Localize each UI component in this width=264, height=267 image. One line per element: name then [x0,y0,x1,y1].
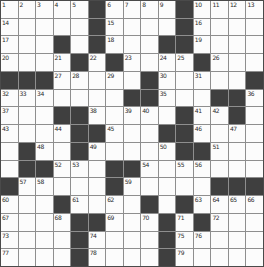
clue-number: 33 [20,90,27,98]
clue-number: 45 [107,125,114,133]
grid-cell[interactable]: 51 [211,143,228,160]
grid-cell[interactable] [159,196,176,213]
grid-cell[interactable] [89,178,106,195]
clue-number: 3 [37,1,40,9]
clue-number: 27 [55,72,62,80]
black-cell [71,143,88,160]
grid-cell[interactable]: 55 [176,161,193,178]
grid-cell[interactable] [124,232,141,249]
grid-cell[interactable]: 47 [229,125,246,142]
black-cell [194,214,211,231]
grid-cell[interactable]: 75 [176,232,193,249]
grid-cell[interactable] [54,19,71,36]
grid-cell[interactable] [106,107,123,124]
grid-cell[interactable] [36,19,53,36]
grid-cell[interactable] [19,19,36,36]
clue-number: 58 [37,178,44,186]
clue-number: 60 [2,196,9,204]
grid-cell[interactable]: 78 [89,249,106,266]
black-cell [194,54,211,71]
clue-number: 41 [195,107,202,115]
clue-number: 69 [107,214,114,222]
grid-cell[interactable]: 16 [194,19,211,36]
grid-cell[interactable]: 60 [1,196,18,213]
black-cell [246,72,263,89]
clue-number: 5 [72,1,75,9]
grid-cell[interactable] [246,161,263,178]
clue-number: 55 [177,161,184,169]
grid-cell[interactable]: 7 [124,1,141,18]
grid-cell[interactable] [36,54,53,71]
grid-cell[interactable] [211,125,228,142]
grid-cell[interactable] [54,232,71,249]
black-cell [71,107,88,124]
grid-cell[interactable] [36,36,53,53]
black-cell [229,107,246,124]
grid-cell[interactable]: 11 [211,1,228,18]
clue-number: 8 [142,1,145,9]
grid-cell[interactable]: 50 [159,143,176,160]
grid-cell[interactable]: 57 [19,178,36,195]
grid-cell[interactable]: 77 [1,249,18,266]
black-cell [54,196,71,213]
grid-cell[interactable]: 72 [211,214,228,231]
grid-cell[interactable]: 61 [71,196,88,213]
clue-number: 25 [177,54,184,62]
grid-cell[interactable] [246,19,263,36]
clue-number: 66 [247,196,254,204]
black-cell [176,36,193,53]
black-cell [54,107,71,124]
grid-cell[interactable]: 73 [1,232,18,249]
grid-cell[interactable] [124,214,141,231]
clue-number: 38 [90,107,97,115]
grid-cell[interactable]: 62 [106,196,123,213]
grid-cell[interactable] [229,143,246,160]
clue-number: 17 [2,36,9,44]
grid-cell[interactable] [124,36,141,53]
grid-cell[interactable] [211,232,228,249]
black-cell [176,143,193,160]
grid-cell[interactable]: 18 [106,36,123,53]
clue-number: 64 [212,196,219,204]
grid-cell[interactable]: 13 [246,1,263,18]
grid-cell[interactable] [211,161,228,178]
clue-number: 72 [212,214,219,222]
grid-cell[interactable] [159,107,176,124]
grid-cell[interactable] [229,232,246,249]
grid-cell[interactable] [19,249,36,266]
clue-number: 2 [20,1,23,9]
black-cell [36,72,53,89]
grid-cell[interactable] [159,178,176,195]
grid-cell[interactable]: 43 [1,125,18,142]
clue-number: 73 [2,232,9,240]
grid-cell[interactable]: 6 [106,1,123,18]
grid-cell[interactable] [246,143,263,160]
black-cell [71,249,88,266]
grid-cell[interactable]: 63 [194,196,211,213]
grid-cell[interactable]: 56 [194,161,211,178]
grid-cell[interactable] [19,196,36,213]
clue-number: 74 [90,232,97,240]
clue-number: 62 [107,196,114,204]
grid-cell[interactable]: 53 [71,161,88,178]
clue-number: 54 [142,161,149,169]
grid-cell[interactable]: 14 [1,19,18,36]
grid-cell[interactable]: 19 [194,36,211,53]
black-cell [89,36,106,53]
clue-number: 24 [160,54,167,62]
clue-number: 23 [125,54,132,62]
grid-cell[interactable] [229,214,246,231]
grid-cell[interactable] [1,161,18,178]
black-cell [106,54,123,71]
grid-cell[interactable] [36,107,53,124]
clue-number: 7 [125,1,128,9]
crossword-grid: 1234567891011121314151617181920212223242… [0,0,264,267]
grid-cell[interactable]: 34 [36,90,53,107]
grid-cell[interactable] [176,72,193,89]
clue-number: 22 [90,54,97,62]
grid-cell[interactable] [71,178,88,195]
grid-cell[interactable] [54,143,71,160]
grid-cell[interactable] [19,232,36,249]
clue-number: 4 [55,1,58,9]
black-cell [159,214,176,231]
grid-cell[interactable]: 65 [229,196,246,213]
grid-cell[interactable]: 40 [141,107,158,124]
grid-cell[interactable] [229,54,246,71]
grid-cell[interactable]: 35 [159,90,176,107]
grid-cell[interactable] [54,178,71,195]
black-cell [246,178,263,195]
grid-cell[interactable] [106,143,123,160]
clue-number: 15 [107,19,114,27]
black-cell [176,1,193,18]
black-cell [211,90,228,107]
black-cell [124,90,141,107]
clue-number: 16 [195,19,202,27]
grid-cell[interactable] [246,107,263,124]
grid-cell[interactable]: 10 [194,1,211,18]
grid-cell[interactable] [194,90,211,107]
black-cell [71,54,88,71]
grid-cell[interactable] [71,19,88,36]
black-cell [71,232,88,249]
grid-cell[interactable] [211,249,228,266]
clue-number: 52 [55,161,62,169]
grid-cell[interactable]: 38 [89,107,106,124]
clue-number: 48 [37,143,44,151]
clue-number: 42 [212,107,219,115]
grid-cell[interactable] [246,36,263,53]
grid-cell[interactable]: 59 [124,178,141,195]
grid-cell[interactable]: 1 [1,1,18,18]
grid-cell[interactable] [141,232,158,249]
grid-cell[interactable] [124,143,141,160]
clue-number: 68 [55,214,62,222]
clue-number: 29 [107,72,114,80]
black-cell [159,249,176,266]
black-cell [176,125,193,142]
black-cell [1,72,18,89]
grid-cell[interactable]: 45 [106,125,123,142]
grid-cell[interactable] [124,196,141,213]
grid-cell[interactable] [141,54,158,71]
grid-cell[interactable] [141,125,158,142]
clue-number: 78 [90,249,97,257]
grid-cell[interactable] [246,125,263,142]
black-cell [54,36,71,53]
grid-cell[interactable] [211,19,228,36]
clue-number: 46 [195,125,202,133]
grid-cell[interactable] [19,125,36,142]
grid-cell[interactable] [36,214,53,231]
grid-cell[interactable]: 76 [194,232,211,249]
clue-number: 70 [142,214,149,222]
grid-cell[interactable] [246,214,263,231]
grid-cell[interactable] [36,125,53,142]
grid-cell[interactable]: 22 [89,54,106,71]
black-cell [194,143,211,160]
grid-cell[interactable]: 49 [89,143,106,160]
black-cell [106,161,123,178]
clue-number: 20 [2,54,9,62]
clue-number: 6 [107,1,110,9]
grid-cell[interactable]: 74 [89,232,106,249]
black-cell [1,178,18,195]
clue-number: 21 [55,54,62,62]
grid-cell[interactable]: 64 [211,196,228,213]
clue-number: 26 [212,54,219,62]
grid-cell[interactable] [229,72,246,89]
clue-number: 1 [2,1,5,9]
black-cell [176,19,193,36]
clue-number: 76 [195,232,202,240]
clue-number: 57 [20,178,27,186]
clue-number: 77 [2,249,9,257]
black-cell [89,125,106,142]
clue-number: 44 [55,125,62,133]
clue-number: 43 [2,125,9,133]
grid-cell[interactable] [159,161,176,178]
clue-number: 51 [212,143,219,151]
black-cell [176,107,193,124]
clue-number: 28 [72,72,79,80]
grid-cell[interactable]: 4 [54,1,71,18]
black-cell [159,232,176,249]
black-cell [71,214,88,231]
grid-cell[interactable]: 71 [176,214,193,231]
grid-cell[interactable]: 69 [106,214,123,231]
grid-cell[interactable] [106,249,123,266]
black-cell [141,72,158,89]
grid-cell[interactable] [19,214,36,231]
grid-cell[interactable]: 36 [246,90,263,107]
clue-number: 49 [90,143,97,151]
grid-cell[interactable]: 17 [1,36,18,53]
grid-cell[interactable]: 5 [71,1,88,18]
black-cell [71,125,88,142]
grid-cell[interactable]: 28 [71,72,88,89]
grid-cell[interactable]: 68 [54,214,71,231]
grid-cell[interactable]: 8 [141,1,158,18]
clue-number: 39 [125,107,132,115]
black-cell [19,72,36,89]
grid-cell[interactable]: 30 [159,72,176,89]
grid-cell[interactable] [124,19,141,36]
clue-number: 19 [195,36,202,44]
grid-cell[interactable] [211,36,228,53]
grid-cell[interactable] [141,36,158,53]
black-cell [229,90,246,107]
clue-number: 12 [230,1,237,9]
grid-cell[interactable]: 21 [54,54,71,71]
grid-cell[interactable]: 27 [54,72,71,89]
grid-cell[interactable] [141,178,158,195]
grid-cell[interactable] [124,249,141,266]
grid-cell[interactable] [176,178,193,195]
grid-cell[interactable]: 39 [124,107,141,124]
clue-number: 35 [160,90,167,98]
grid-cell[interactable] [89,161,106,178]
grid-cell[interactable] [36,232,53,249]
grid-cell[interactable]: 2 [19,1,36,18]
grid-cell[interactable] [141,249,158,266]
grid-cell[interactable]: 20 [1,54,18,71]
clue-number: 14 [2,19,9,27]
black-cell [159,125,176,142]
grid-cell[interactable]: 9 [159,1,176,18]
clue-number: 61 [72,196,79,204]
grid-cell[interactable] [194,249,211,266]
grid-cell[interactable] [54,249,71,266]
grid-cell[interactable] [211,72,228,89]
clue-number: 32 [2,90,9,98]
grid-cell[interactable] [71,90,88,107]
grid-cell[interactable]: 23 [124,54,141,71]
grid-cell[interactable] [229,36,246,53]
grid-cell[interactable] [106,90,123,107]
grid-cell[interactable] [19,36,36,53]
grid-cell[interactable]: 3 [36,1,53,18]
black-cell [124,161,141,178]
grid-cell[interactable] [89,72,106,89]
grid-cell[interactable] [229,19,246,36]
clue-number: 59 [125,178,132,186]
grid-cell[interactable]: 44 [54,125,71,142]
clue-number: 13 [247,1,254,9]
grid-cell[interactable]: 52 [54,161,71,178]
black-cell [89,214,106,231]
clue-number: 9 [160,1,163,9]
clue-number: 10 [195,1,202,9]
grid-cell[interactable] [19,107,36,124]
grid-cell[interactable]: 70 [141,214,158,231]
clue-number: 50 [160,143,167,151]
clue-number: 34 [37,90,44,98]
grid-cell[interactable]: 25 [176,54,193,71]
clue-number: 71 [177,214,184,222]
grid-cell[interactable] [54,90,71,107]
clue-number: 79 [177,249,184,257]
clue-number: 47 [230,125,237,133]
clue-number: 63 [195,196,202,204]
clue-number: 56 [195,161,202,169]
grid-cell[interactable] [176,90,193,107]
grid-cell[interactable] [89,90,106,107]
grid-cell[interactable] [141,19,158,36]
grid-cell[interactable]: 33 [19,90,36,107]
grid-cell[interactable]: 15 [106,19,123,36]
clue-number: 31 [195,72,202,80]
grid-cell[interactable] [1,143,18,160]
grid-cell[interactable]: 67 [1,214,18,231]
grid-cell[interactable] [246,232,263,249]
grid-cell[interactable]: 66 [246,196,263,213]
black-cell [89,19,106,36]
grid-cell[interactable] [36,249,53,266]
clue-number: 18 [107,36,114,44]
clue-number: 37 [2,107,9,115]
grid-cell[interactable]: 54 [141,161,158,178]
black-cell [159,36,176,53]
grid-cell[interactable]: 46 [194,125,211,142]
grid-cell[interactable]: 24 [159,54,176,71]
black-cell [229,178,246,195]
grid-cell[interactable] [159,19,176,36]
grid-cell[interactable]: 79 [176,249,193,266]
grid-cell[interactable] [36,196,53,213]
grid-cell[interactable] [194,178,211,195]
grid-cell[interactable]: 58 [36,178,53,195]
black-cell [36,161,53,178]
grid-cell[interactable] [71,36,88,53]
grid-cell[interactable]: 48 [36,143,53,160]
black-cell [141,90,158,107]
grid-cell[interactable] [19,54,36,71]
grid-cell[interactable]: 26 [211,54,228,71]
grid-cell[interactable]: 41 [194,107,211,124]
grid-cell[interactable]: 31 [194,72,211,89]
clue-number: 75 [177,232,184,240]
black-cell [19,161,36,178]
grid-cell[interactable]: 32 [1,90,18,107]
grid-cell[interactable] [246,54,263,71]
clue-number: 67 [2,214,9,222]
black-cell [211,178,228,195]
grid-cell[interactable] [246,249,263,266]
grid-cell[interactable] [229,161,246,178]
grid-cell[interactable] [106,232,123,249]
grid-cell[interactable]: 37 [1,107,18,124]
grid-cell[interactable] [229,249,246,266]
grid-cell[interactable]: 42 [211,107,228,124]
clue-number: 40 [142,107,149,115]
grid-cell[interactable]: 12 [229,1,246,18]
black-cell [19,143,36,160]
black-cell [141,196,158,213]
grid-cell[interactable]: 29 [106,72,123,89]
grid-cell[interactable] [89,196,106,213]
clue-number: 65 [230,196,237,204]
black-cell [89,1,106,18]
clue-number: 30 [160,72,167,80]
grid-cell[interactable] [141,143,158,160]
grid-cell[interactable] [124,125,141,142]
grid-cell[interactable] [124,72,141,89]
